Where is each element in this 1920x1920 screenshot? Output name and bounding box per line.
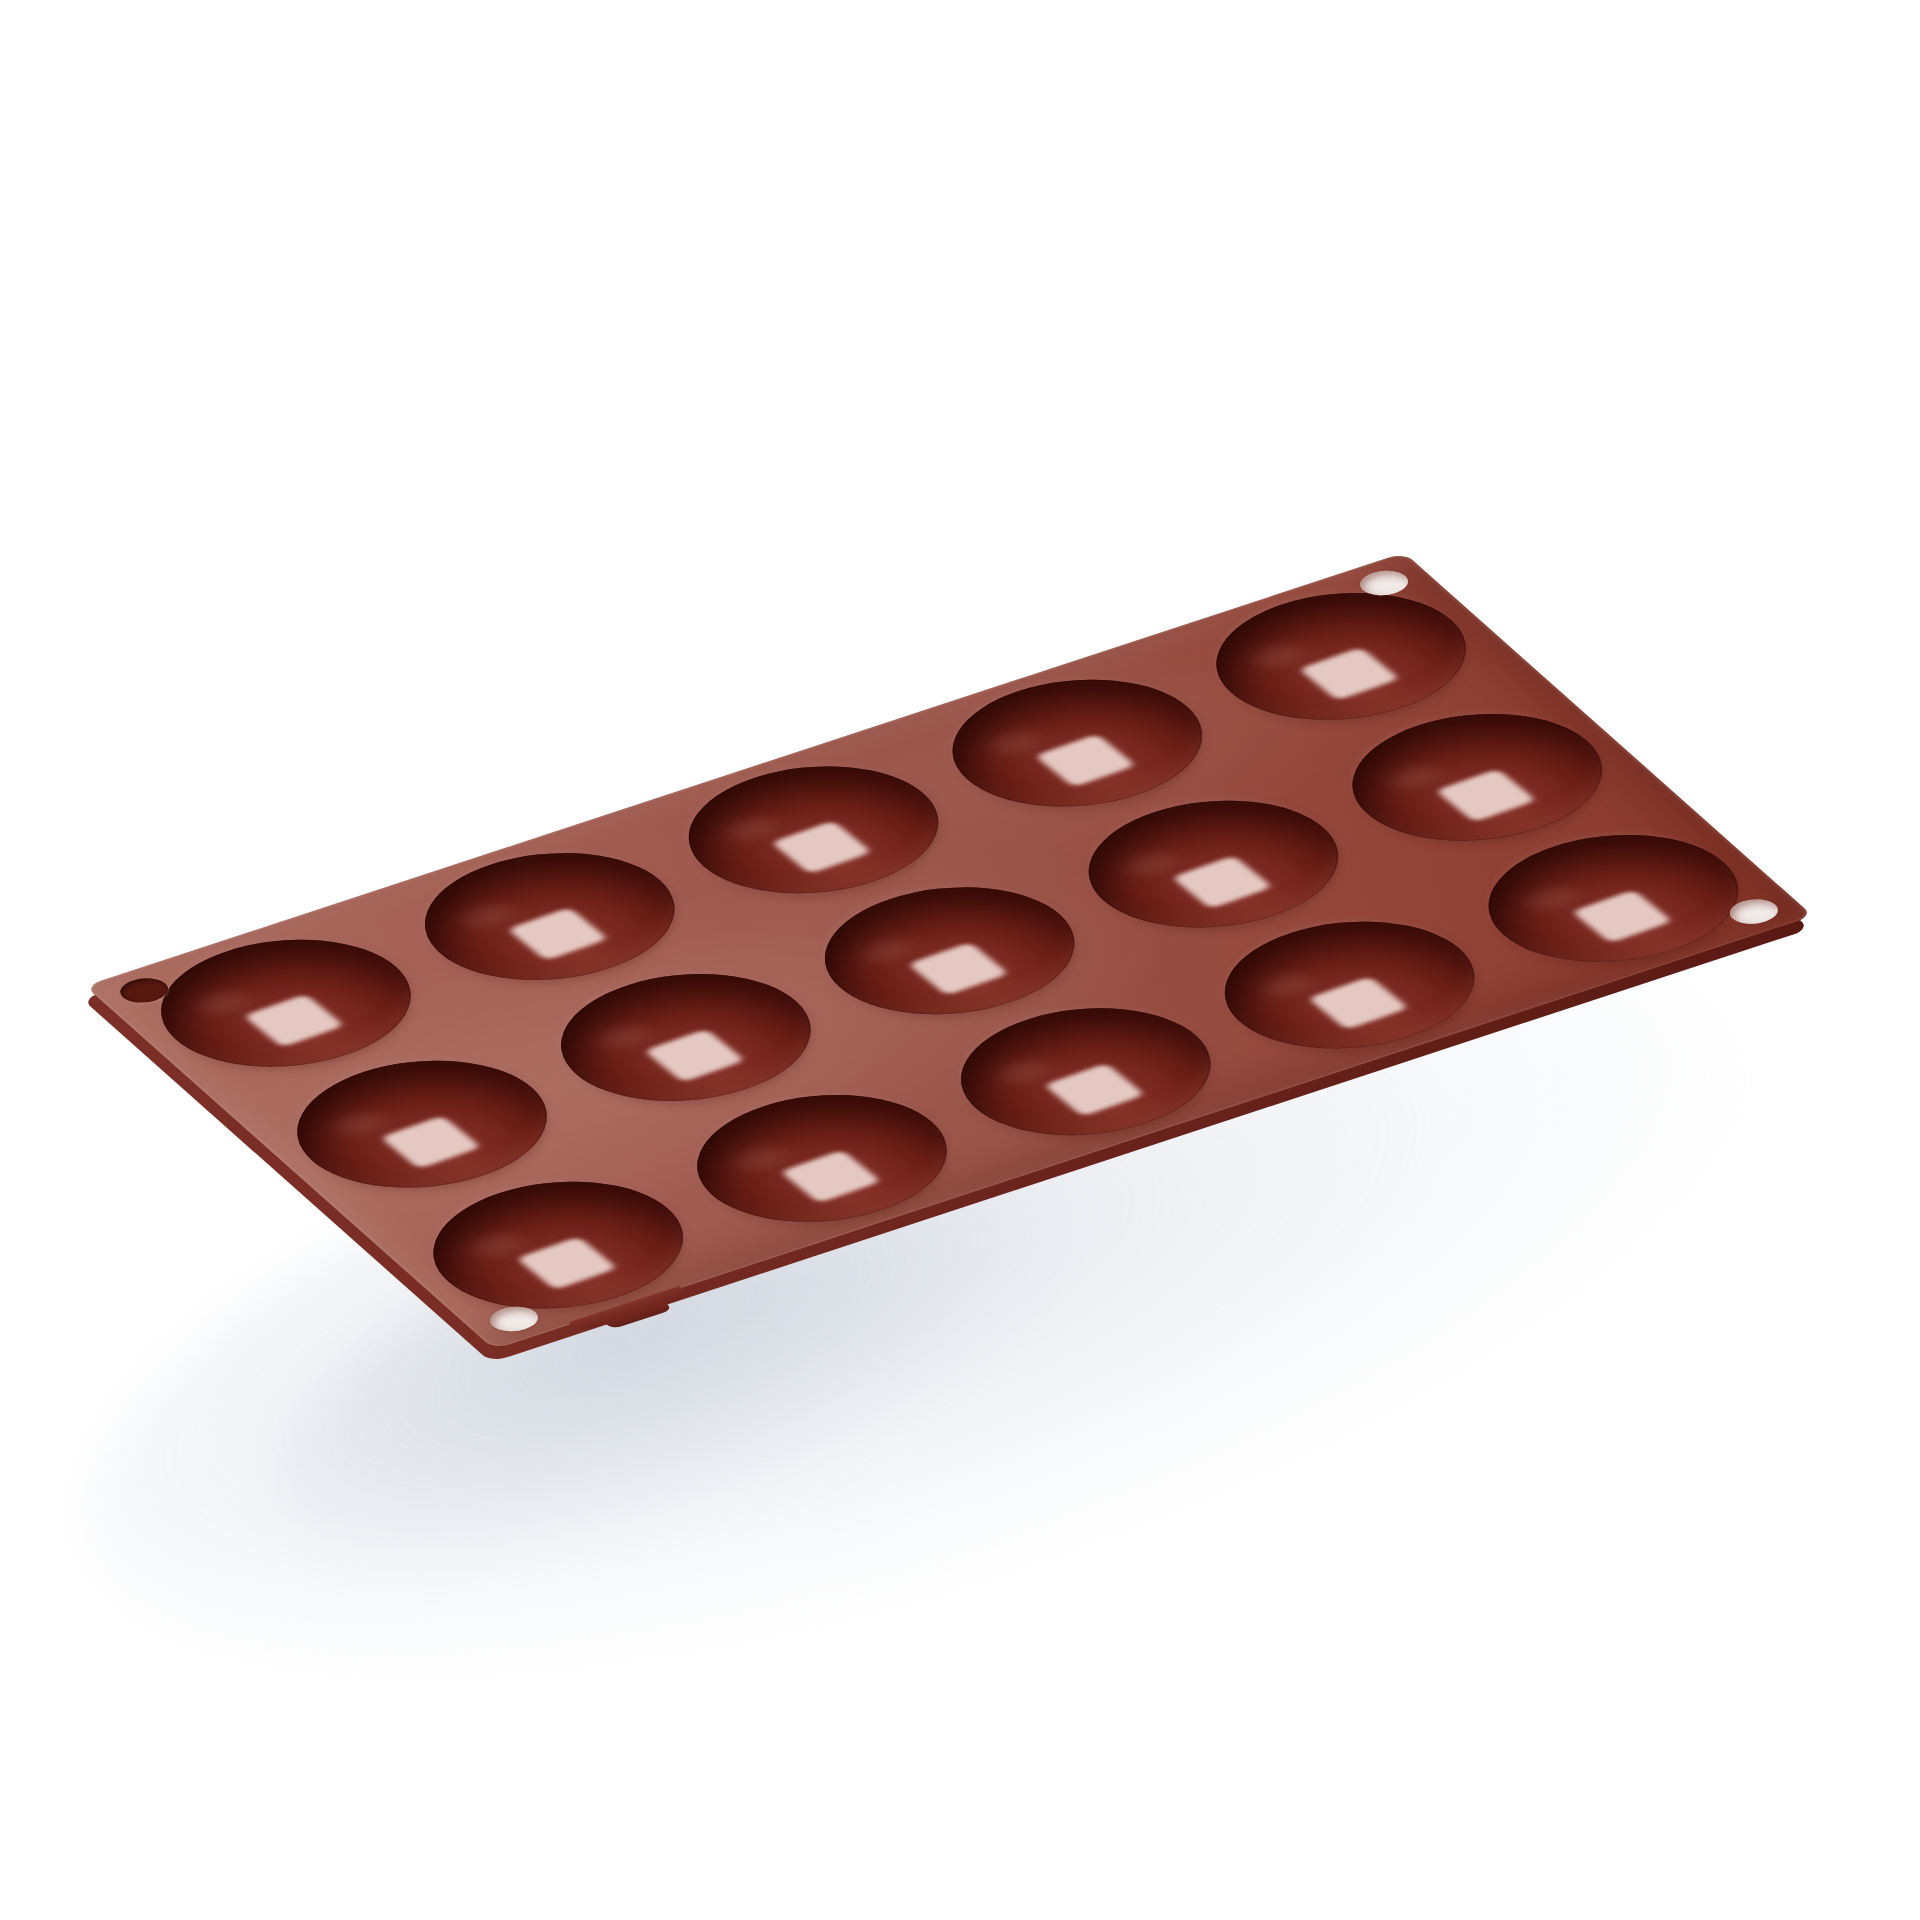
cavity-reflection [1572,890,1673,944]
cavity-reflection [380,1115,481,1169]
cavity-reflection [1171,855,1272,909]
product-photo [0,0,1920,1920]
cavity-reflection [507,907,608,961]
cavity-reflection [771,821,872,875]
cavity-reflection [644,1029,745,1083]
cavity-reflection [516,1236,617,1290]
cavity-reflection [908,942,1009,996]
cavity-reflection [1299,647,1400,701]
cavity-reflection [244,994,345,1048]
cavity-reflection [1044,1063,1145,1117]
cavity-reflection [1435,768,1536,822]
cavity-reflection [1035,734,1136,788]
cavity-reflection [1308,976,1409,1030]
cavity-reflection [780,1150,881,1204]
